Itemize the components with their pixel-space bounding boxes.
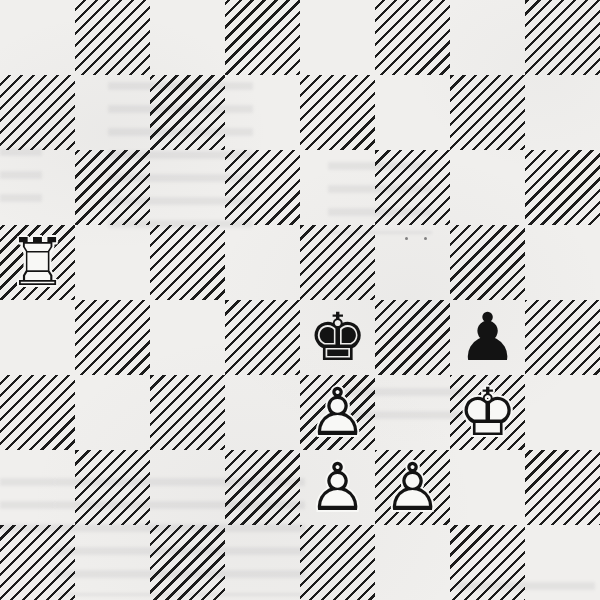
- square-d2: [225, 450, 300, 525]
- square-b8: [75, 0, 150, 75]
- square-c8: [150, 0, 225, 75]
- piece-outline-glyph: ♙: [300, 375, 375, 450]
- square-g2: [450, 450, 525, 525]
- square-c3: [150, 375, 225, 450]
- square-a8: [0, 0, 75, 75]
- square-g3: ♚♔: [450, 375, 525, 450]
- square-g7: [450, 75, 525, 150]
- square-h3: [525, 375, 600, 450]
- piece-outline-glyph: ♖: [0, 225, 75, 300]
- square-a5: ♜♖: [0, 225, 75, 300]
- square-g1: [450, 525, 525, 600]
- square-h5: [525, 225, 600, 300]
- square-b6: [75, 150, 150, 225]
- square-f3: [375, 375, 450, 450]
- square-e3: ♟♙: [300, 375, 375, 450]
- piece-solid-glyph: ♟: [450, 300, 525, 375]
- square-h6: [525, 150, 600, 225]
- square-d3: [225, 375, 300, 450]
- square-a6: [0, 150, 75, 225]
- square-f8: [375, 0, 450, 75]
- square-f6: [375, 150, 450, 225]
- square-d6: [225, 150, 300, 225]
- square-h4: [525, 300, 600, 375]
- square-a4: [0, 300, 75, 375]
- square-e4: ♚: [300, 300, 375, 375]
- square-c2: [150, 450, 225, 525]
- square-g5: [450, 225, 525, 300]
- square-f5: [375, 225, 450, 300]
- piece-outline-glyph: ♙: [375, 450, 450, 525]
- piece-solid-glyph: ♚: [300, 300, 375, 375]
- square-g4: ♟: [450, 300, 525, 375]
- square-a3: [0, 375, 75, 450]
- scanned-book-page: ♜♖♚♟♟♙♚♔♟♙♟♙: [0, 0, 600, 600]
- square-e1: [300, 525, 375, 600]
- square-h8: [525, 0, 600, 75]
- board-squares: ♜♖♚♟♟♙♚♔♟♙♟♙: [0, 0, 600, 600]
- piece-black-king-e4: ♚: [300, 300, 375, 375]
- square-d1: [225, 525, 300, 600]
- piece-white-rook-a5: ♜♖: [0, 225, 75, 300]
- square-a7: [0, 75, 75, 150]
- piece-outline-glyph: ♙: [300, 450, 375, 525]
- square-b5: [75, 225, 150, 300]
- chess-board: ♜♖♚♟♟♙♚♔♟♙♟♙: [0, 0, 600, 600]
- square-d4: [225, 300, 300, 375]
- square-f4: [375, 300, 450, 375]
- square-c6: [150, 150, 225, 225]
- piece-white-pawn-e2: ♟♙: [300, 450, 375, 525]
- square-d8: [225, 0, 300, 75]
- square-e6: [300, 150, 375, 225]
- square-h2: [525, 450, 600, 525]
- square-d5: [225, 225, 300, 300]
- square-e5: [300, 225, 375, 300]
- square-d7: [225, 75, 300, 150]
- square-c5: [150, 225, 225, 300]
- square-f7: [375, 75, 450, 150]
- square-h1: [525, 525, 600, 600]
- square-c7: [150, 75, 225, 150]
- piece-outline-glyph: ♔: [450, 375, 525, 450]
- square-b4: [75, 300, 150, 375]
- square-b1: [75, 525, 150, 600]
- square-g6: [450, 150, 525, 225]
- square-c4: [150, 300, 225, 375]
- square-h7: [525, 75, 600, 150]
- square-a1: [0, 525, 75, 600]
- square-b2: [75, 450, 150, 525]
- square-b7: [75, 75, 150, 150]
- square-e2: ♟♙: [300, 450, 375, 525]
- square-c1: [150, 525, 225, 600]
- piece-black-pawn-g4: ♟: [450, 300, 525, 375]
- square-f1: [375, 525, 450, 600]
- square-g8: [450, 0, 525, 75]
- square-e7: [300, 75, 375, 150]
- piece-white-pawn-f2: ♟♙: [375, 450, 450, 525]
- square-f2: ♟♙: [375, 450, 450, 525]
- square-a2: [0, 450, 75, 525]
- square-e8: [300, 0, 375, 75]
- square-b3: [75, 375, 150, 450]
- piece-white-king-g3: ♚♔: [450, 375, 525, 450]
- piece-white-pawn-e3: ♟♙: [300, 375, 375, 450]
